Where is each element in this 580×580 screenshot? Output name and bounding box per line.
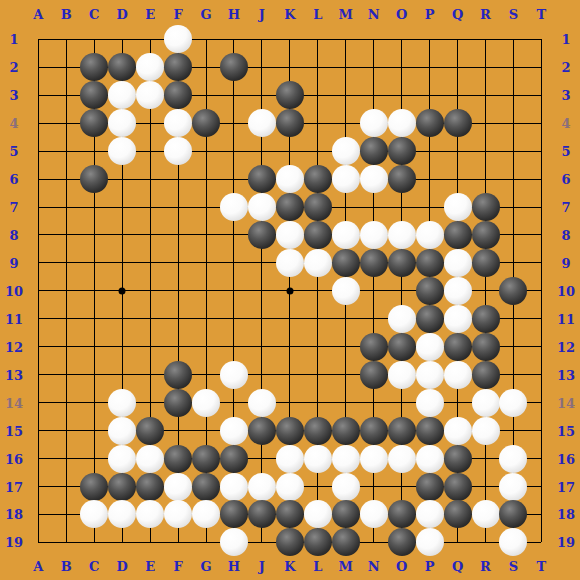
black-stone [80,109,108,137]
black-stone [304,165,332,193]
white-stone [416,500,444,528]
column-label-bottom: P [425,560,435,573]
row-label-right: 16 [557,452,575,465]
row-label-right: 18 [557,508,575,521]
white-stone [164,109,192,137]
black-stone [472,193,500,221]
black-stone [472,221,500,249]
black-stone [388,417,416,445]
black-stone [388,500,416,528]
white-stone [332,165,360,193]
white-stone [276,473,304,501]
black-stone [360,333,388,361]
column-label-bottom: O [396,560,407,573]
black-stone [360,417,388,445]
white-stone [276,445,304,473]
black-stone [164,445,192,473]
white-stone [108,109,136,137]
row-label-left: 2 [9,61,18,74]
column-label-bottom: F [173,560,182,573]
black-stone [220,53,248,81]
white-stone [108,81,136,109]
black-stone [416,277,444,305]
row-label-right: 13 [557,368,575,381]
column-label-bottom: S [509,560,518,573]
white-stone [108,137,136,165]
column-label-top: Q [452,8,463,21]
row-label-left: 11 [5,312,23,325]
black-stone [164,389,192,417]
white-stone [360,500,388,528]
white-stone [388,445,416,473]
white-stone [164,25,192,53]
white-stone [304,445,332,473]
black-stone [220,445,248,473]
black-stone [80,473,108,501]
black-stone [276,500,304,528]
white-stone [360,109,388,137]
black-stone [388,165,416,193]
white-stone [220,473,248,501]
row-label-right: 7 [561,201,570,214]
column-label-top: J [259,8,265,21]
grid-line-vertical [485,39,486,542]
row-label-right: 5 [561,145,570,158]
row-label-right: 17 [557,480,575,493]
column-label-bottom: T [537,560,547,573]
black-stone [332,417,360,445]
row-label-right: 8 [561,228,570,241]
white-stone [444,305,472,333]
row-label-right: 2 [561,61,570,74]
column-label-top: G [200,8,211,21]
column-label-bottom: A [33,560,43,573]
white-stone [332,473,360,501]
row-label-left: 17 [5,480,23,493]
white-stone [332,277,360,305]
column-label-bottom: R [480,560,491,573]
row-label-right: 1 [561,33,570,46]
column-label-top: M [339,8,353,21]
black-stone [192,109,220,137]
white-stone [276,165,304,193]
row-label-left: 16 [5,452,23,465]
star-point [286,287,293,294]
white-stone [192,500,220,528]
row-label-right: 10 [557,284,575,297]
white-stone [304,249,332,277]
white-stone [220,417,248,445]
row-label-left: 4 [9,117,18,130]
row-label-left: 1 [9,33,18,46]
white-stone [80,500,108,528]
white-stone [332,445,360,473]
white-stone [248,389,276,417]
black-stone [444,109,472,137]
black-stone [499,277,527,305]
black-stone [472,361,500,389]
row-label-right: 11 [557,312,575,325]
column-label-top: P [425,8,435,21]
white-stone [136,53,164,81]
white-stone [164,500,192,528]
white-stone [248,193,276,221]
black-stone [416,473,444,501]
black-stone [108,53,136,81]
white-stone [108,389,136,417]
row-label-left: 12 [5,340,23,353]
row-label-left: 10 [5,284,23,297]
black-stone [80,81,108,109]
row-label-left: 9 [9,256,18,269]
white-stone [136,500,164,528]
column-label-bottom: B [61,560,72,573]
white-stone [108,445,136,473]
row-label-right: 12 [557,340,575,353]
row-label-left: 3 [9,89,18,102]
go-app-window: AA11BB22CC33DD44EE55FF66GG77HH88JJ99KK10… [0,0,580,580]
column-label-top: S [509,8,518,21]
column-label-top: T [537,8,547,21]
black-stone [472,305,500,333]
black-stone [416,305,444,333]
white-stone [388,109,416,137]
black-stone [444,473,472,501]
black-stone [304,221,332,249]
white-stone [248,473,276,501]
black-stone [304,528,332,556]
black-stone [276,81,304,109]
white-stone [248,109,276,137]
white-stone [332,137,360,165]
column-label-top: O [396,8,407,21]
black-stone [388,137,416,165]
column-label-bottom: L [313,560,322,573]
column-label-top: L [313,8,322,21]
white-stone [499,389,527,417]
white-stone [220,361,248,389]
white-stone [360,165,388,193]
white-stone [304,500,332,528]
row-label-left: 18 [5,508,23,521]
white-stone [444,361,472,389]
white-stone [108,500,136,528]
white-stone [499,445,527,473]
black-stone [276,528,304,556]
black-stone [444,445,472,473]
row-label-left: 19 [5,536,23,549]
black-stone [108,473,136,501]
go-board[interactable]: AA11BB22CC33DD44EE55FF66GG77HH88JJ99KK10… [0,0,580,580]
black-stone [444,333,472,361]
row-label-left: 6 [9,173,18,186]
black-stone [164,361,192,389]
row-label-left: 15 [5,424,23,437]
black-stone [192,445,220,473]
black-stone [136,473,164,501]
black-stone [248,417,276,445]
black-stone [276,193,304,221]
black-stone [276,417,304,445]
white-stone [472,500,500,528]
black-stone [332,249,360,277]
black-stone [248,221,276,249]
white-stone [192,389,220,417]
row-label-right: 14 [557,396,575,409]
column-label-bottom: N [368,560,380,573]
black-stone [416,249,444,277]
white-stone [220,528,248,556]
black-stone [332,500,360,528]
black-stone [388,249,416,277]
black-stone [248,165,276,193]
black-stone [276,109,304,137]
black-stone [360,361,388,389]
white-stone [444,417,472,445]
column-label-top: A [33,8,43,21]
column-label-top: C [89,8,99,21]
column-label-top: F [173,8,182,21]
column-label-top: B [61,8,72,21]
black-stone [388,528,416,556]
black-stone [499,500,527,528]
white-stone [472,417,500,445]
white-stone [388,221,416,249]
black-stone [248,500,276,528]
white-stone [164,473,192,501]
black-stone [444,221,472,249]
row-label-right: 4 [561,117,570,130]
row-label-left: 5 [9,145,18,158]
row-label-right: 3 [561,89,570,102]
white-stone [416,333,444,361]
column-label-top: N [368,8,380,21]
black-stone [332,528,360,556]
column-label-bottom: Q [452,560,463,573]
black-stone [80,53,108,81]
white-stone [136,445,164,473]
black-stone [220,500,248,528]
white-stone [360,221,388,249]
black-stone [416,109,444,137]
column-label-top: R [480,8,491,21]
row-label-left: 8 [9,228,18,241]
black-stone [360,137,388,165]
row-label-right: 9 [561,256,570,269]
black-stone [416,417,444,445]
white-stone [499,473,527,501]
row-label-left: 13 [5,368,23,381]
black-stone [80,165,108,193]
white-stone [276,221,304,249]
black-stone [136,417,164,445]
column-label-bottom: C [89,560,99,573]
black-stone [164,81,192,109]
white-stone [444,249,472,277]
black-stone [304,193,332,221]
column-label-bottom: K [284,560,295,573]
column-label-bottom: E [145,560,155,573]
column-label-top: E [145,8,155,21]
star-point [119,287,126,294]
column-label-top: K [284,8,295,21]
white-stone [332,221,360,249]
row-label-right: 19 [557,536,575,549]
white-stone [444,193,472,221]
white-stone [388,361,416,389]
white-stone [472,389,500,417]
white-stone [108,417,136,445]
row-label-right: 6 [561,173,570,186]
black-stone [472,333,500,361]
column-label-bottom: G [200,560,211,573]
white-stone [276,249,304,277]
white-stone [416,445,444,473]
row-label-left: 7 [9,201,18,214]
row-label-left: 14 [5,396,23,409]
black-stone [360,249,388,277]
white-stone [416,528,444,556]
black-stone [472,249,500,277]
column-label-bottom: J [259,560,265,573]
column-label-top: H [228,8,240,21]
white-stone [416,389,444,417]
white-stone [499,528,527,556]
black-stone [192,473,220,501]
black-stone [444,500,472,528]
column-label-bottom: D [117,560,128,573]
white-stone [416,221,444,249]
white-stone [416,361,444,389]
black-stone [304,417,332,445]
white-stone [360,445,388,473]
column-label-bottom: H [228,560,240,573]
column-label-bottom: M [339,560,353,573]
white-stone [220,193,248,221]
grid-line-vertical [541,39,542,542]
white-stone [388,305,416,333]
row-label-right: 15 [557,424,575,437]
column-label-top: D [117,8,128,21]
white-stone [164,137,192,165]
white-stone [136,81,164,109]
black-stone [388,333,416,361]
white-stone [444,277,472,305]
black-stone [164,53,192,81]
